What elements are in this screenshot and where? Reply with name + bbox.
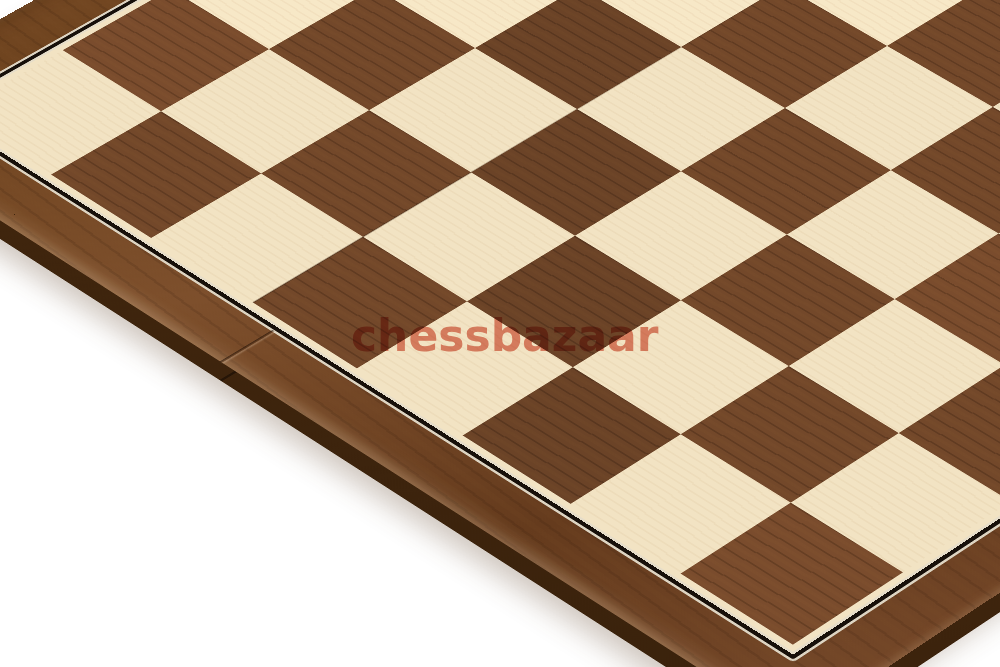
fold-seam <box>220 330 275 363</box>
watermark: chessbazaar <box>351 314 659 358</box>
product-photo: chessbazaar <box>0 0 1000 667</box>
